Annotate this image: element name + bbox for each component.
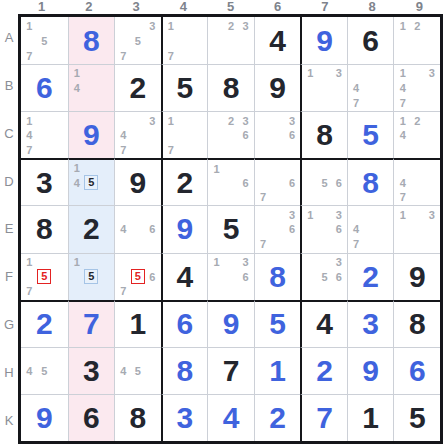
cell-A4[interactable]: 17 (161, 17, 208, 64)
candidate: 6 (285, 222, 300, 237)
given-digit: 9 (115, 160, 161, 205)
candidate: 4 (349, 222, 364, 237)
empty-candidate-slot (116, 349, 131, 364)
cell-A6[interactable]: 4 (254, 17, 301, 64)
empty-candidate-slot (131, 128, 146, 143)
empty-candidate-slot (52, 255, 67, 270)
cell-E2[interactable]: 2 (68, 205, 115, 252)
empty-candidate-slot (270, 128, 285, 143)
empty-candidate-slot (131, 143, 146, 158)
empty-candidate-slot (37, 284, 52, 299)
given-digit: 5 (394, 395, 440, 441)
empty-candidate-slot (192, 33, 206, 48)
cell-H7[interactable]: 2 (300, 347, 347, 394)
given-digit: 7 (208, 348, 254, 394)
empty-candidate-slot (424, 48, 439, 63)
empty-candidate-slot (52, 143, 67, 158)
cell-K1[interactable]: 9 (21, 394, 68, 441)
empty-candidate-slot (116, 207, 131, 222)
candidate: 3 (238, 255, 253, 270)
empty-candidate-slot (424, 190, 439, 204)
candidate: 1 (22, 113, 37, 128)
given-digit: 9 (394, 254, 440, 300)
candidate: 2 (224, 113, 239, 128)
empty-candidate-slot (224, 161, 239, 175)
empty-candidate-slot (424, 176, 439, 190)
candidate: 5 (318, 176, 332, 190)
solved-digit: 7 (302, 395, 347, 441)
empty-candidate-slot (318, 161, 332, 175)
empty-candidate-slot (378, 237, 393, 252)
empty-candidate-slot (410, 48, 425, 63)
empty-candidate-slot (37, 18, 52, 33)
empty-candidate-slot (131, 222, 146, 237)
candidate: 3 (332, 207, 346, 222)
empty-candidate-slot (22, 349, 37, 364)
empty-candidate-slot (303, 269, 317, 284)
cell-C4[interactable]: 17 (161, 111, 208, 158)
candidate: 2 (224, 18, 239, 33)
empty-candidate-slot (363, 96, 378, 111)
cell-H9[interactable]: 6 (393, 347, 440, 394)
candidate-cell: 5 (37, 269, 52, 284)
sudoku-board: 1578357172349612614258913471347147934717… (18, 14, 443, 444)
given-digit: 8 (115, 395, 161, 441)
empty-candidate-slot (424, 128, 439, 143)
empty-candidate-slot (84, 96, 99, 111)
candidate: 1 (395, 66, 410, 81)
cell-D6[interactable]: 67 (254, 158, 301, 205)
empty-candidate-slot (22, 269, 37, 284)
cell-G2[interactable]: 7 (68, 300, 115, 347)
empty-candidate-slot (116, 237, 131, 252)
empty-candidate-slot (145, 237, 160, 252)
column-label-7: 7 (301, 0, 348, 14)
empty-candidate-slot (99, 269, 114, 284)
cell-F5[interactable]: 136 (207, 253, 254, 300)
empty-candidate-slot (52, 18, 67, 33)
given-digit: 8 (302, 112, 347, 158)
cell-H5[interactable]: 7 (207, 347, 254, 394)
empty-candidate-slot (410, 207, 425, 222)
candidate: 7 (395, 190, 410, 204)
candidate: 7 (22, 143, 37, 158)
row-label-K: K (0, 396, 18, 444)
empty-candidate-slot (178, 143, 192, 158)
cell-E3[interactable]: 46 (114, 205, 161, 252)
solved-digit: 2 (21, 302, 68, 347)
empty-candidate-slot (70, 269, 85, 284)
empty-candidate-slot (256, 113, 271, 128)
cell-E4[interactable]: 9 (161, 205, 208, 252)
solved-digit: 8 (255, 254, 301, 300)
candidate: 4 (395, 81, 410, 96)
empty-candidate-slot (84, 161, 99, 175)
candidate: 3 (424, 207, 439, 222)
cell-C7[interactable]: 8 (300, 111, 347, 158)
empty-candidate-slot (410, 143, 425, 158)
empty-candidate-slot (410, 128, 425, 143)
solved-digit: 6 (21, 65, 68, 111)
candidate-grid: 56 (303, 161, 346, 204)
cell-E7[interactable]: 136 (300, 205, 347, 252)
candidate-grid: 157 (22, 18, 67, 63)
cell-G4[interactable]: 6 (161, 300, 208, 347)
candidate-grid: 14 (70, 66, 114, 110)
cell-E9[interactable]: 13 (393, 205, 440, 252)
empty-candidate-slot (395, 237, 410, 252)
candidate-grid: 46 (116, 207, 160, 251)
candidate: 4 (22, 128, 37, 143)
candidate: 3 (285, 207, 300, 222)
cell-F7[interactable]: 356 (300, 253, 347, 300)
cell-D4[interactable]: 2 (161, 158, 208, 205)
candidate: 3 (145, 18, 160, 33)
solved-digit: 5 (255, 302, 301, 347)
empty-candidate-slot (99, 81, 114, 96)
candidate: 5 (131, 363, 146, 378)
candidate-grid: 23 (209, 18, 253, 63)
cell-K5[interactable]: 4 (207, 394, 254, 441)
cell-D1[interactable]: 3 (21, 158, 68, 205)
candidate-grid: 17 (164, 18, 207, 63)
row-label-A: A (0, 14, 18, 62)
solved-digit: 7 (69, 302, 115, 347)
cell-D5[interactable]: 16 (207, 158, 254, 205)
empty-candidate-slot (52, 363, 67, 378)
empty-candidate-slot (256, 161, 271, 175)
cell-D8[interactable]: 8 (347, 158, 394, 205)
empty-candidate-slot (209, 113, 224, 128)
empty-candidate-slot (349, 66, 364, 81)
empty-candidate-slot (270, 222, 285, 237)
empty-candidate-slot (224, 176, 239, 190)
row-label-E: E (0, 205, 18, 253)
empty-candidate-slot (318, 207, 332, 222)
solved-digit: 6 (394, 348, 440, 394)
cell-A9[interactable]: 12 (393, 17, 440, 64)
empty-candidate-slot (178, 48, 192, 63)
empty-candidate-slot (270, 237, 285, 252)
empty-candidate-slot (131, 378, 146, 393)
empty-candidate-slot (303, 284, 317, 299)
cell-D7[interactable]: 56 (300, 158, 347, 205)
cell-B3[interactable]: 2 (114, 64, 161, 111)
column-label-9: 9 (396, 0, 443, 14)
empty-candidate-slot (192, 113, 206, 128)
empty-candidate-slot (178, 128, 192, 143)
cell-B8[interactable]: 47 (347, 64, 394, 111)
cell-G8[interactable]: 3 (347, 300, 394, 347)
candidate: 4 (116, 222, 131, 237)
cell-H1[interactable]: 45 (21, 347, 68, 394)
cell-C3[interactable]: 347 (114, 111, 161, 158)
empty-candidate-slot (178, 33, 192, 48)
empty-candidate-slot (224, 255, 239, 270)
cell-E8[interactable]: 47 (347, 205, 394, 252)
cell-K9[interactable]: 5 (393, 394, 440, 441)
candidate: 3 (332, 255, 346, 270)
candidate: 6 (285, 176, 300, 190)
column-label-3: 3 (112, 0, 159, 14)
cell-B1[interactable]: 6 (21, 64, 68, 111)
empty-candidate-slot (303, 255, 317, 270)
empty-candidate-slot (410, 33, 425, 48)
empty-candidate-slot (424, 113, 439, 128)
empty-candidate-slot (238, 33, 253, 48)
row-label-B: B (0, 62, 18, 110)
cell-H6[interactable]: 1 (254, 347, 301, 394)
empty-candidate-slot (285, 143, 300, 158)
candidate-grid: 136 (209, 255, 253, 299)
candidate: 7 (256, 237, 271, 252)
solved-digit: 3 (163, 395, 208, 441)
cell-K3[interactable]: 8 (114, 394, 161, 441)
cell-D9[interactable]: 47 (393, 158, 440, 205)
empty-candidate-slot (318, 66, 332, 81)
candidate: 5 (37, 33, 52, 48)
cell-B7[interactable]: 13 (300, 64, 347, 111)
given-digit: 4 (255, 17, 301, 64)
cell-D2[interactable]: 145 (68, 158, 115, 205)
empty-candidate-slot (424, 81, 439, 96)
cell-B2[interactable]: 14 (68, 64, 115, 111)
candidate-grid: 356 (303, 255, 346, 299)
cell-K6[interactable]: 2 (254, 394, 301, 441)
candidate: 3 (285, 113, 300, 128)
candidate: 1 (303, 207, 317, 222)
solved-digit: 8 (69, 17, 115, 64)
empty-candidate-slot (395, 33, 410, 48)
empty-candidate-slot (192, 143, 206, 158)
cell-C8[interactable]: 5 (347, 111, 394, 158)
cell-K2[interactable]: 6 (68, 394, 115, 441)
solved-digit: 8 (163, 348, 208, 394)
candidate-grid: 1347 (395, 66, 439, 110)
solved-digit: 5 (348, 112, 394, 158)
solved-digit: 9 (163, 206, 208, 252)
empty-candidate-slot (84, 255, 99, 270)
empty-candidate-slot (99, 66, 114, 81)
empty-candidate-slot (270, 113, 285, 128)
column-label-1: 1 (18, 0, 65, 14)
empty-candidate-slot (209, 284, 224, 299)
cell-H3[interactable]: 45 (114, 347, 161, 394)
candidate: 7 (22, 284, 37, 299)
cell-F4[interactable]: 4 (161, 253, 208, 300)
candidate: 1 (164, 18, 178, 33)
cell-C2[interactable]: 9 (68, 111, 115, 158)
empty-candidate-slot (270, 190, 285, 204)
empty-candidate-slot (145, 128, 160, 143)
empty-candidate-slot (332, 190, 346, 204)
empty-candidate-slot (52, 269, 67, 284)
cell-H4[interactable]: 8 (161, 347, 208, 394)
empty-candidate-slot (424, 96, 439, 111)
candidate-grid: 45 (22, 349, 67, 393)
empty-candidate-slot (131, 48, 146, 63)
given-digit: 3 (21, 160, 68, 205)
empty-candidate-slot (363, 81, 378, 96)
solved-digit: 2 (348, 254, 394, 300)
row-label-D: D (0, 157, 18, 205)
empty-candidate-slot (238, 143, 253, 158)
candidate: 5 (131, 33, 146, 48)
cell-A3[interactable]: 357 (114, 17, 161, 64)
cell-E5[interactable]: 5 (207, 205, 254, 252)
empty-candidate-slot (52, 48, 67, 63)
empty-candidate-slot (99, 284, 114, 299)
candidate-grid: 12 (395, 18, 439, 63)
cell-A8[interactable]: 6 (347, 17, 394, 64)
cell-F1[interactable]: 157 (21, 253, 68, 300)
empty-candidate-slot (145, 255, 160, 270)
empty-candidate-slot (410, 66, 425, 81)
cell-C9[interactable]: 124 (393, 111, 440, 158)
candidate: 7 (164, 143, 178, 158)
empty-candidate-slot (209, 33, 224, 48)
row-label-F: F (0, 253, 18, 301)
empty-candidate-slot (395, 161, 410, 175)
candidate: 6 (332, 176, 346, 190)
empty-candidate-slot (410, 190, 425, 204)
empty-candidate-slot (99, 255, 114, 270)
cell-G3[interactable]: 1 (114, 300, 161, 347)
candidate-grid: 347 (116, 113, 160, 157)
empty-candidate-slot (303, 81, 317, 96)
given-digit: 5 (163, 65, 208, 111)
empty-candidate-slot (84, 284, 99, 299)
empty-candidate-slot (378, 96, 393, 111)
empty-candidate-slot (224, 143, 239, 158)
empty-candidate-slot (238, 284, 253, 299)
cell-E1[interactable]: 8 (21, 205, 68, 252)
row-labels: ABCDEFGHK (0, 14, 18, 444)
empty-candidate-slot (131, 207, 146, 222)
empty-candidate-slot (270, 207, 285, 222)
given-digit: 2 (163, 160, 208, 205)
candidate: 6 (238, 269, 253, 284)
given-digit: 8 (394, 302, 440, 347)
empty-candidate-slot (209, 176, 224, 190)
empty-candidate-slot (116, 18, 131, 33)
cell-G1[interactable]: 2 (21, 300, 68, 347)
eliminated-candidate: 5 (131, 269, 145, 284)
candidate: 7 (256, 190, 271, 204)
candidate: 7 (164, 48, 178, 63)
empty-candidate-slot (70, 284, 85, 299)
candidate-grid: 367 (256, 207, 300, 251)
cell-A2[interactable]: 8 (68, 17, 115, 64)
empty-candidate-slot (164, 128, 178, 143)
cell-G6[interactable]: 5 (254, 300, 301, 347)
cell-F2[interactable]: 15 (68, 253, 115, 300)
empty-candidate-slot (378, 66, 393, 81)
cell-G9[interactable]: 8 (393, 300, 440, 347)
candidate: 1 (303, 66, 317, 81)
cell-B6[interactable]: 9 (254, 64, 301, 111)
candidate: 3 (145, 113, 160, 128)
empty-candidate-slot (37, 143, 52, 158)
solved-digit: 6 (163, 302, 208, 347)
empty-candidate-slot (70, 190, 85, 204)
cell-F8[interactable]: 2 (347, 253, 394, 300)
candidate: 1 (209, 255, 224, 270)
empty-candidate-slot (37, 48, 52, 63)
empty-candidate-slot (145, 33, 160, 48)
candidate: 1 (209, 161, 224, 175)
candidate-cell: 5 (84, 269, 99, 284)
cell-K7[interactable]: 7 (300, 394, 347, 441)
empty-candidate-slot (116, 378, 131, 393)
candidate: 1 (70, 66, 85, 81)
cell-A1[interactable]: 157 (21, 17, 68, 64)
candidate-grid: 124 (395, 113, 439, 157)
cell-H8[interactable]: 9 (347, 347, 394, 394)
empty-candidate-slot (378, 81, 393, 96)
candidate: 1 (22, 255, 37, 270)
empty-candidate-slot (395, 143, 410, 158)
empty-candidate-slot (131, 18, 146, 33)
cell-A7[interactable]: 9 (300, 17, 347, 64)
empty-candidate-slot (224, 190, 239, 204)
cell-A5[interactable]: 23 (207, 17, 254, 64)
cell-D3[interactable]: 9 (114, 158, 161, 205)
solved-digit: 2 (302, 348, 347, 394)
candidate-cell: 5 (131, 269, 146, 284)
cell-K4[interactable]: 3 (161, 394, 208, 441)
cell-B9[interactable]: 1347 (393, 64, 440, 111)
cell-G5[interactable]: 9 (207, 300, 254, 347)
candidate-grid: 47 (349, 66, 393, 110)
candidate: 6 (285, 128, 300, 143)
candidate: 7 (395, 96, 410, 111)
empty-candidate-slot (410, 222, 425, 237)
cell-C5[interactable]: 236 (207, 111, 254, 158)
candidate: 7 (116, 143, 131, 158)
candidate-grid: 136 (303, 207, 346, 251)
candidate: 2 (410, 18, 425, 33)
empty-candidate-slot (145, 363, 160, 378)
cell-F3[interactable]: 567 (114, 253, 161, 300)
column-label-5: 5 (207, 0, 254, 14)
sudoku-app: 123456789 ABCDEFGHK 15783571723496126142… (0, 0, 443, 444)
solved-digit: 3 (348, 302, 394, 347)
empty-candidate-slot (318, 96, 332, 111)
empty-candidate-slot (131, 255, 146, 270)
empty-candidate-slot (224, 269, 239, 284)
empty-candidate-slot (52, 349, 67, 364)
empty-candidate-slot (285, 237, 300, 252)
empty-candidate-slot (303, 96, 317, 111)
cell-C6[interactable]: 36 (254, 111, 301, 158)
candidate: 3 (332, 66, 346, 81)
cell-B4[interactable]: 5 (161, 64, 208, 111)
cell-F9[interactable]: 9 (393, 253, 440, 300)
cell-B5[interactable]: 8 (207, 64, 254, 111)
empty-candidate-slot (424, 161, 439, 175)
cell-E6[interactable]: 367 (254, 205, 301, 252)
empty-candidate-slot (303, 176, 317, 190)
candidate-grid: 47 (349, 207, 393, 251)
cell-H2[interactable]: 3 (68, 347, 115, 394)
empty-candidate-slot (238, 190, 253, 204)
candidate-grid: 17 (164, 113, 207, 157)
cell-G7[interactable]: 4 (300, 300, 347, 347)
cell-K8[interactable]: 1 (347, 394, 394, 441)
cell-C1[interactable]: 147 (21, 111, 68, 158)
cell-F6[interactable]: 8 (254, 253, 301, 300)
